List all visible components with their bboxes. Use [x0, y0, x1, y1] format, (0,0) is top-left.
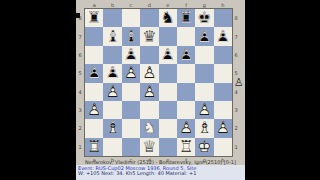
rank-label-3: 3: [233, 101, 239, 119]
white-pawn: ♟♙: [103, 83, 121, 101]
square-a3[interactable]: ♟♙: [85, 101, 103, 119]
square-h6[interactable]: [214, 46, 232, 64]
black-queen: ♛♕: [140, 27, 158, 45]
square-b8[interactable]: [103, 9, 121, 27]
square-f4[interactable]: [177, 83, 195, 101]
square-g4[interactable]: [195, 83, 213, 101]
square-c2[interactable]: [122, 119, 140, 137]
square-g7[interactable]: ♟♙: [195, 27, 213, 45]
square-b1[interactable]: [103, 138, 121, 156]
square-f7[interactable]: [177, 27, 195, 45]
square-f3[interactable]: [177, 101, 195, 119]
white-pawn: ♟♙: [85, 101, 103, 119]
square-c4[interactable]: [122, 83, 140, 101]
black-pawn: ♟♙: [159, 46, 177, 64]
stats-line: W: +105 Next: 34. Kh5 Length: 40 Materia…: [78, 171, 244, 176]
rank-label-1: 1: [77, 138, 83, 156]
square-a2[interactable]: [85, 119, 103, 137]
rank-label-5: 5: [77, 64, 83, 82]
black-pawn: ♟♙: [103, 64, 121, 82]
rank-label-8: 8: [233, 9, 239, 27]
square-b6[interactable]: [103, 46, 121, 64]
board-panel: abcdefgh 87654321 87654321 ♜♖♞♘♜♖♚♔♝♗♝♗♛…: [76, 0, 245, 180]
square-a8[interactable]: ♜♖: [85, 9, 103, 27]
square-f6[interactable]: ♟♙: [177, 46, 195, 64]
file-label-e: e: [159, 2, 177, 8]
square-h2[interactable]: ♟♙: [214, 119, 232, 137]
white-queen: ♛♕: [140, 138, 158, 156]
square-c1[interactable]: [122, 138, 140, 156]
rank-label-2: 2: [233, 119, 239, 137]
square-c3[interactable]: [122, 101, 140, 119]
square-c8[interactable]: [122, 9, 140, 27]
file-label-d: d: [140, 2, 158, 8]
square-h4[interactable]: [214, 83, 232, 101]
rank-label-7: 7: [233, 27, 239, 45]
square-c5[interactable]: ♟♙: [122, 64, 140, 82]
square-e5[interactable]: [159, 64, 177, 82]
square-e2[interactable]: [159, 119, 177, 137]
black-rook: ♜♖: [177, 9, 195, 27]
players-line: Nenarokov, Vladimir (2512) - Bondarevsky…: [76, 160, 245, 165]
black-rook: ♜♖: [85, 9, 103, 27]
file-label-g: g: [195, 2, 213, 8]
square-h5[interactable]: [214, 64, 232, 82]
square-f8[interactable]: ♜♖: [177, 9, 195, 27]
square-e8[interactable]: ♞♘: [159, 9, 177, 27]
square-h7[interactable]: ♟♙: [214, 27, 232, 45]
file-label-f: f: [177, 2, 195, 8]
square-a5[interactable]: ♟♙: [85, 64, 103, 82]
rank-labels-left: 87654321: [77, 9, 83, 156]
square-e6[interactable]: ♟♙: [159, 46, 177, 64]
black-bishop: ♝♗: [103, 27, 121, 45]
square-d4[interactable]: ♟♙: [140, 83, 158, 101]
white-king: ♚♔: [195, 138, 213, 156]
square-e3[interactable]: [159, 101, 177, 119]
square-g3[interactable]: ♟♙: [195, 101, 213, 119]
square-h1[interactable]: [214, 138, 232, 156]
square-g8[interactable]: ♚♔: [195, 9, 213, 27]
square-b7[interactable]: ♝♗: [103, 27, 121, 45]
rank-label-2: 2: [77, 119, 83, 137]
square-a1[interactable]: ♜♖: [85, 138, 103, 156]
white-pawn: ♟♙: [195, 101, 213, 119]
rank-label-7: 7: [77, 27, 83, 45]
white-pawn: ♟♙: [140, 83, 158, 101]
square-b2[interactable]: ♝♗: [103, 119, 121, 137]
left-letterbox: [0, 0, 76, 180]
square-b5[interactable]: ♟♙: [103, 64, 121, 82]
square-d3[interactable]: [140, 101, 158, 119]
square-c7[interactable]: ♝♗: [122, 27, 140, 45]
white-knight: ♞♘: [140, 119, 158, 137]
black-pawn: ♟♙: [85, 64, 103, 82]
square-h8[interactable]: [214, 9, 232, 27]
black-knight: ♞♘: [159, 9, 177, 27]
square-e1[interactable]: [159, 138, 177, 156]
chess-board: ♜♖♞♘♜♖♚♔♝♗♝♗♛♕♟♙♟♙♟♙♟♙♟♙♟♙♟♙♟♙♟♙♟♙♟♙♟♙♟♙…: [85, 9, 232, 156]
white-pawn: ♟♙: [122, 64, 140, 82]
square-b3[interactable]: [103, 101, 121, 119]
square-e4[interactable]: [159, 83, 177, 101]
square-d2[interactable]: ♞♘: [140, 119, 158, 137]
square-d5[interactable]: ♟♙: [140, 64, 158, 82]
square-a6[interactable]: [85, 46, 103, 64]
square-a7[interactable]: [85, 27, 103, 45]
white-rook: ♜♖: [177, 138, 195, 156]
file-label-h: h: [214, 2, 232, 8]
white-pawn: ♟♙: [177, 119, 195, 137]
black-to-move-indicator: [76, 13, 80, 18]
black-pawn: ♟♙: [122, 46, 140, 64]
square-d1[interactable]: ♛♕: [140, 138, 158, 156]
square-a4[interactable]: [85, 83, 103, 101]
square-d6[interactable]: [140, 46, 158, 64]
rank-label-6: 6: [77, 46, 83, 64]
right-letterbox: [245, 0, 320, 180]
square-e7[interactable]: [159, 27, 177, 45]
square-d8[interactable]: [140, 9, 158, 27]
square-b4[interactable]: ♟♙: [103, 83, 121, 101]
file-labels-top: abcdefgh: [85, 2, 232, 8]
white-bishop: ♝♗: [103, 119, 121, 137]
rank-label-4: 4: [77, 83, 83, 101]
white-bishop: ♝♗: [195, 119, 213, 137]
white-pawn-icon: ♙: [234, 77, 244, 88]
square-g5[interactable]: [195, 64, 213, 82]
square-g6[interactable]: [195, 46, 213, 64]
black-pawn: ♟♙: [177, 46, 195, 64]
square-f1[interactable]: ♜♖: [177, 138, 195, 156]
white-pawn: ♟♙: [214, 119, 232, 137]
file-label-c: c: [122, 2, 140, 8]
square-f2[interactable]: ♟♙: [177, 119, 195, 137]
rank-label-1: 1: [233, 138, 239, 156]
rank-label-3: 3: [77, 101, 83, 119]
white-pawn: ♟♙: [140, 64, 158, 82]
rank-label-6: 6: [233, 46, 239, 64]
black-pawn: ♟♙: [214, 27, 232, 45]
black-pawn: ♟♙: [195, 27, 213, 45]
file-label-b: b: [103, 2, 121, 8]
square-f5[interactable]: [177, 64, 195, 82]
black-bishop: ♝♗: [122, 27, 140, 45]
white-rook: ♜♖: [85, 138, 103, 156]
rank-label-8: 8: [77, 9, 83, 27]
square-h3[interactable]: [214, 101, 232, 119]
square-d7[interactable]: ♛♕: [140, 27, 158, 45]
black-king: ♚♔: [195, 9, 213, 27]
square-g2[interactable]: ♝♗: [195, 119, 213, 137]
square-g1[interactable]: ♚♔: [195, 138, 213, 156]
square-c6[interactable]: ♟♙: [122, 46, 140, 64]
file-label-a: a: [85, 2, 103, 8]
